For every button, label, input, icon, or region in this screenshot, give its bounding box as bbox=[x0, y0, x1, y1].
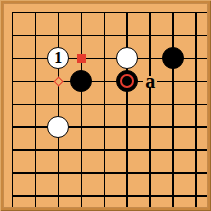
intersection-c9-r2 bbox=[185, 24, 208, 47]
intersection-c8-r1 bbox=[162, 3, 185, 24]
goban: 1a bbox=[3, 3, 208, 208]
intersection-c6-r6 bbox=[116, 116, 139, 139]
intersection-c7-r7 bbox=[139, 139, 162, 162]
intersection-c5-r5 bbox=[93, 93, 116, 116]
intersection-c9-r4 bbox=[185, 70, 208, 93]
intersection-c9-r3 bbox=[185, 47, 208, 70]
intersection-c9-r8 bbox=[185, 162, 208, 185]
intersection-c9-r7 bbox=[185, 139, 208, 162]
intersection-c4-r8 bbox=[70, 162, 93, 185]
intersection-c8-r6 bbox=[162, 116, 185, 139]
intersection-c1-r9 bbox=[3, 185, 24, 208]
intersection-c1-r1 bbox=[3, 3, 24, 24]
intersection-c4-r1 bbox=[70, 3, 93, 24]
intersection-c6-r9 bbox=[116, 185, 139, 208]
intersection-c2-r7 bbox=[24, 139, 47, 162]
intersection-c6-r5 bbox=[116, 93, 139, 116]
intersection-c7-r3 bbox=[139, 47, 162, 70]
square-marker bbox=[77, 54, 86, 63]
intersection-c7-r2 bbox=[139, 24, 162, 47]
intersection-c7-r1 bbox=[139, 3, 162, 24]
intersection-c9-r9 bbox=[185, 185, 208, 208]
intersection-c5-r3 bbox=[93, 47, 116, 70]
diamond-marker bbox=[53, 76, 63, 86]
intersection-c9-r6 bbox=[185, 116, 208, 139]
intersection-c2-r8 bbox=[24, 162, 47, 185]
intersection-c2-r5 bbox=[24, 93, 47, 116]
intersection-c2-r2 bbox=[24, 24, 47, 47]
intersection-c7-r9 bbox=[139, 185, 162, 208]
intersection-c3-r6 bbox=[47, 116, 70, 139]
intersection-c9-r1 bbox=[185, 3, 208, 24]
black-stone bbox=[70, 70, 92, 92]
intersection-c2-r6 bbox=[24, 116, 47, 139]
intersection-c7-r8 bbox=[139, 162, 162, 185]
intersection-c2-r9 bbox=[24, 185, 47, 208]
white-stone bbox=[47, 116, 69, 138]
intersection-c1-r5 bbox=[3, 93, 24, 116]
intersection-c3-r5 bbox=[47, 93, 70, 116]
intersection-c1-r2 bbox=[3, 24, 24, 47]
intersection-c3-r9 bbox=[47, 185, 70, 208]
intersection-c4-r5 bbox=[70, 93, 93, 116]
intersection-c2-r3 bbox=[24, 47, 47, 70]
intersection-c1-r7 bbox=[3, 139, 24, 162]
intersection-c3-r8 bbox=[47, 162, 70, 185]
intersection-c2-r1 bbox=[24, 3, 47, 24]
intersection-c8-r8 bbox=[162, 162, 185, 185]
intersection-c5-r7 bbox=[93, 139, 116, 162]
intersection-c8-r2 bbox=[162, 24, 185, 47]
intersection-c6-r2 bbox=[116, 24, 139, 47]
intersection-c5-r6 bbox=[93, 116, 116, 139]
intersection-c6-r8 bbox=[116, 162, 139, 185]
intersection-c4-r3 bbox=[70, 47, 93, 70]
intersection-c1-r6 bbox=[3, 116, 24, 139]
intersection-c3-r2 bbox=[47, 24, 70, 47]
circle-marker bbox=[120, 74, 134, 88]
intersection-c8-r7 bbox=[162, 139, 185, 162]
intersection-c3-r1 bbox=[47, 3, 70, 24]
intersection-c3-r7 bbox=[47, 139, 70, 162]
intersection-c9-r5 bbox=[185, 93, 208, 116]
intersection-c5-r4 bbox=[93, 70, 116, 93]
intersection-c2-r4 bbox=[24, 70, 47, 93]
board-grid: 1a bbox=[3, 3, 208, 208]
white-stone: 1 bbox=[47, 47, 69, 69]
intersection-c1-r8 bbox=[3, 162, 24, 185]
go-board-diagram: 1a bbox=[0, 0, 211, 211]
intersection-c1-r3 bbox=[3, 47, 24, 70]
intersection-c6-r3 bbox=[116, 47, 139, 70]
intersection-c3-r4 bbox=[47, 70, 70, 93]
intersection-c8-r5 bbox=[162, 93, 185, 116]
intersection-c4-r9 bbox=[70, 185, 93, 208]
intersection-c5-r8 bbox=[93, 162, 116, 185]
intersection-c7-r5 bbox=[139, 93, 162, 116]
intersection-c8-r3 bbox=[162, 47, 185, 70]
white-stone bbox=[116, 47, 138, 69]
intersection-c6-r7 bbox=[116, 139, 139, 162]
intersection-c4-r6 bbox=[70, 116, 93, 139]
intersection-c7-r6 bbox=[139, 116, 162, 139]
intersection-c8-r4 bbox=[162, 70, 185, 93]
intersection-c4-r7 bbox=[70, 139, 93, 162]
intersection-c1-r4 bbox=[3, 70, 24, 93]
point-label-a: a bbox=[143, 76, 157, 87]
intersection-c3-r3: 1 bbox=[47, 47, 70, 70]
intersection-c5-r9 bbox=[93, 185, 116, 208]
intersection-c6-r4 bbox=[116, 70, 139, 93]
intersection-c5-r2 bbox=[93, 24, 116, 47]
intersection-c6-r1 bbox=[116, 3, 139, 24]
intersection-c8-r9 bbox=[162, 185, 185, 208]
intersection-c5-r1 bbox=[93, 3, 116, 24]
black-stone bbox=[116, 70, 138, 92]
intersection-c4-r4 bbox=[70, 70, 93, 93]
black-stone bbox=[162, 47, 184, 69]
intersection-c7-r4: a bbox=[139, 70, 162, 93]
intersection-c4-r2 bbox=[70, 24, 93, 47]
